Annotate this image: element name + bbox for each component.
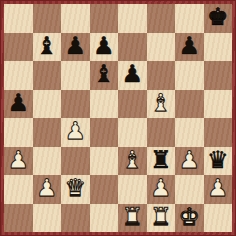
square-d1[interactable] (90, 204, 119, 233)
white-pawn-piece[interactable]: ♟ (150, 176, 172, 200)
square-d6[interactable]: ♝ (90, 61, 119, 90)
square-a5[interactable]: ♟ (4, 90, 33, 119)
square-e6[interactable]: ♟ (118, 61, 147, 90)
board-frame: ♚♝♟♟♟♝♟♟♝♟♟♝♜♟♛♟♛♟♟♜♜♚ (0, 0, 236, 236)
square-g5[interactable] (175, 90, 204, 119)
square-h1[interactable] (204, 204, 233, 233)
black-rook-piece[interactable]: ♜ (150, 148, 172, 172)
square-d3[interactable] (90, 147, 119, 176)
square-h7[interactable] (204, 33, 233, 62)
black-pawn-piece[interactable]: ♟ (7, 91, 29, 115)
square-f1[interactable]: ♜ (147, 204, 176, 233)
white-pawn-piece[interactable]: ♟ (178, 148, 200, 172)
black-bishop-piece[interactable]: ♝ (93, 62, 115, 86)
square-g6[interactable] (175, 61, 204, 90)
square-e2[interactable] (118, 175, 147, 204)
square-e1[interactable]: ♜ (118, 204, 147, 233)
white-rook-piece[interactable]: ♜ (121, 205, 143, 229)
square-c6[interactable] (61, 61, 90, 90)
square-f3[interactable]: ♜ (147, 147, 176, 176)
square-b1[interactable] (33, 204, 62, 233)
square-c4[interactable]: ♟ (61, 118, 90, 147)
square-e8[interactable] (118, 4, 147, 33)
square-h8[interactable]: ♚ (204, 4, 233, 33)
white-pawn-piece[interactable]: ♟ (36, 176, 58, 200)
square-a1[interactable] (4, 204, 33, 233)
square-b3[interactable] (33, 147, 62, 176)
square-h6[interactable] (204, 61, 233, 90)
square-f5[interactable]: ♝ (147, 90, 176, 119)
square-b2[interactable]: ♟ (33, 175, 62, 204)
square-g8[interactable] (175, 4, 204, 33)
white-bishop-piece[interactable]: ♝ (150, 91, 172, 115)
square-b8[interactable] (33, 4, 62, 33)
square-a4[interactable] (4, 118, 33, 147)
square-c8[interactable] (61, 4, 90, 33)
black-queen-piece[interactable]: ♛ (207, 148, 229, 172)
square-c2[interactable]: ♛ (61, 175, 90, 204)
square-f4[interactable] (147, 118, 176, 147)
square-e5[interactable] (118, 90, 147, 119)
black-pawn-piece[interactable]: ♟ (178, 34, 200, 58)
square-g3[interactable]: ♟ (175, 147, 204, 176)
white-pawn-piece[interactable]: ♟ (64, 119, 86, 143)
white-king-piece[interactable]: ♚ (178, 205, 200, 229)
square-g7[interactable]: ♟ (175, 33, 204, 62)
square-b4[interactable] (33, 118, 62, 147)
square-e4[interactable] (118, 118, 147, 147)
square-f7[interactable] (147, 33, 176, 62)
square-c7[interactable]: ♟ (61, 33, 90, 62)
square-c5[interactable] (61, 90, 90, 119)
square-a7[interactable] (4, 33, 33, 62)
square-h2[interactable]: ♟ (204, 175, 233, 204)
square-f6[interactable] (147, 61, 176, 90)
black-pawn-piece[interactable]: ♟ (64, 34, 86, 58)
square-g2[interactable] (175, 175, 204, 204)
white-rook-piece[interactable]: ♜ (150, 205, 172, 229)
black-pawn-piece[interactable]: ♟ (121, 62, 143, 86)
square-g1[interactable]: ♚ (175, 204, 204, 233)
square-h4[interactable] (204, 118, 233, 147)
square-d2[interactable] (90, 175, 119, 204)
white-bishop-piece[interactable]: ♝ (121, 148, 143, 172)
square-e7[interactable] (118, 33, 147, 62)
black-king-piece[interactable]: ♚ (207, 5, 229, 29)
square-d8[interactable] (90, 4, 119, 33)
square-f2[interactable]: ♟ (147, 175, 176, 204)
square-e3[interactable]: ♝ (118, 147, 147, 176)
square-h5[interactable] (204, 90, 233, 119)
black-bishop-piece[interactable]: ♝ (36, 34, 58, 58)
white-queen-piece[interactable]: ♛ (64, 176, 86, 200)
square-f8[interactable] (147, 4, 176, 33)
square-b6[interactable] (33, 61, 62, 90)
square-b5[interactable] (33, 90, 62, 119)
square-c3[interactable] (61, 147, 90, 176)
black-pawn-piece[interactable]: ♟ (93, 34, 115, 58)
square-g4[interactable] (175, 118, 204, 147)
square-h3[interactable]: ♛ (204, 147, 233, 176)
white-pawn-piece[interactable]: ♟ (7, 148, 29, 172)
square-c1[interactable] (61, 204, 90, 233)
white-pawn-piece[interactable]: ♟ (207, 176, 229, 200)
square-a8[interactable] (4, 4, 33, 33)
square-d5[interactable] (90, 90, 119, 119)
square-a6[interactable] (4, 61, 33, 90)
square-d7[interactable]: ♟ (90, 33, 119, 62)
square-a2[interactable] (4, 175, 33, 204)
square-d4[interactable] (90, 118, 119, 147)
square-b7[interactable]: ♝ (33, 33, 62, 62)
square-a3[interactable]: ♟ (4, 147, 33, 176)
chess-board: ♚♝♟♟♟♝♟♟♝♟♟♝♜♟♛♟♛♟♟♜♜♚ (4, 4, 232, 232)
